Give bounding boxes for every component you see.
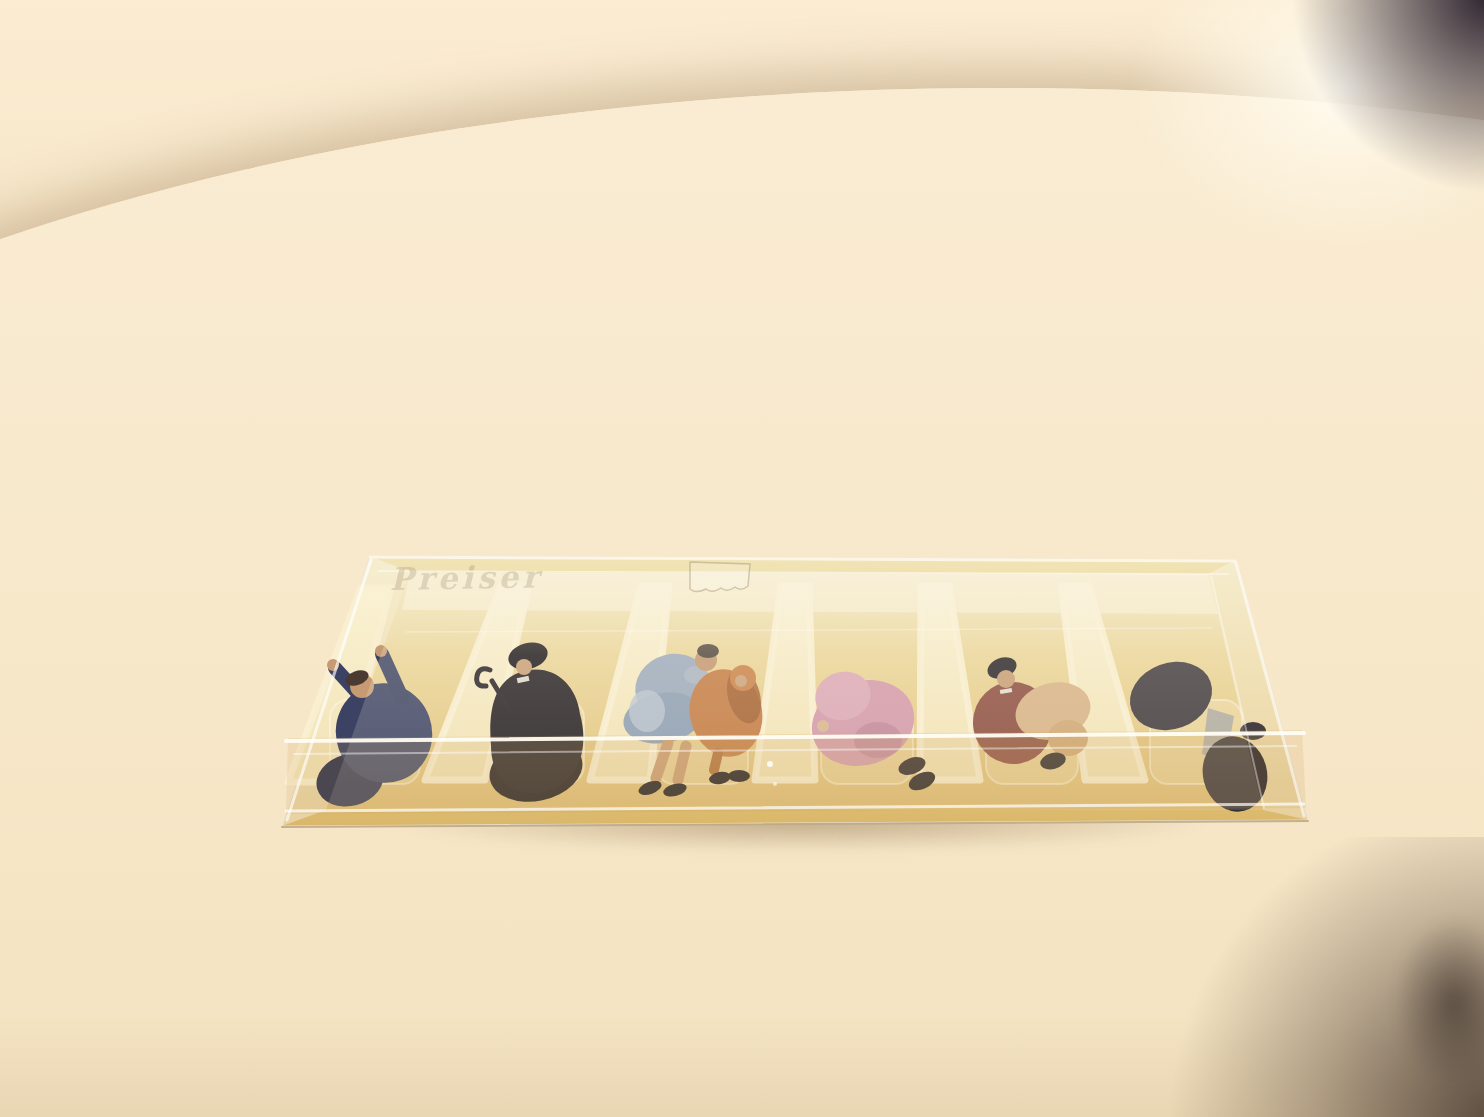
- speck: [773, 782, 777, 786]
- photo-canvas: Preiser: [0, 0, 1484, 1117]
- front-wall-tint: [286, 730, 1306, 814]
- speck: [767, 761, 773, 767]
- tape-mark: [690, 562, 750, 592]
- vignette-top-right: [1254, 0, 1484, 210]
- embossed-brand-text: Preiser: [389, 558, 543, 597]
- figure-box: Preiser: [278, 548, 1312, 830]
- bottom-shade: [0, 1017, 1484, 1117]
